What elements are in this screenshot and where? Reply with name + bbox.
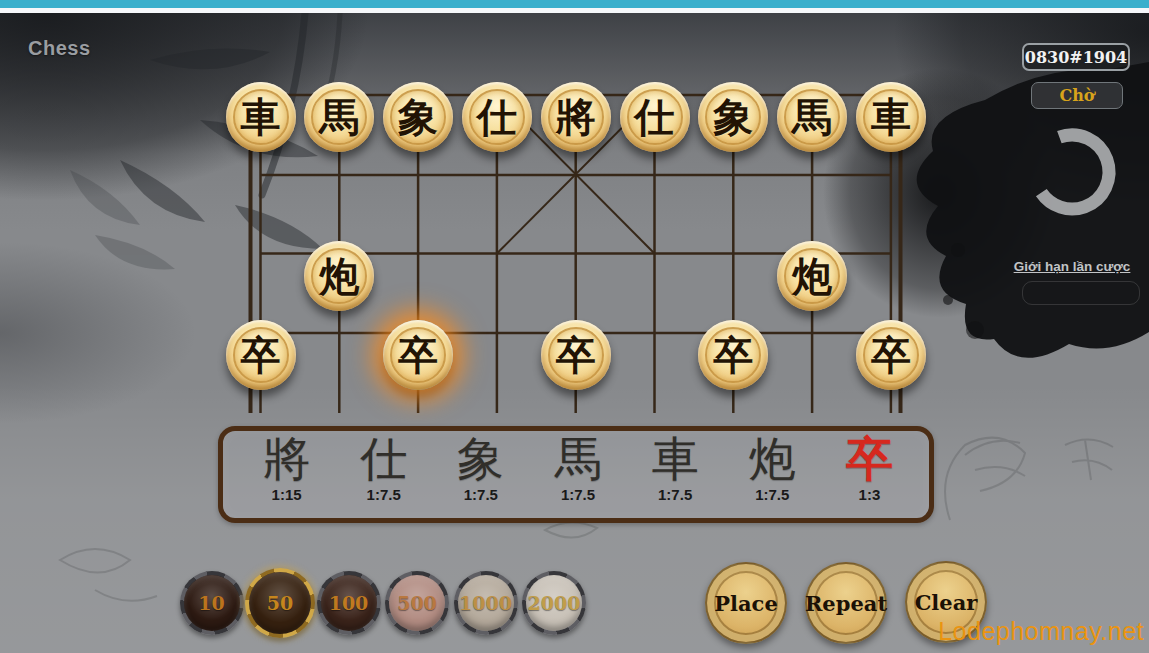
round-id-box: 0830#1904 xyxy=(1022,43,1130,71)
top-accent-bar xyxy=(0,0,1149,8)
bet-odds: 1:7.5 xyxy=(658,486,692,503)
chip-face: 1000 xyxy=(458,575,514,631)
chip-face: 50 xyxy=(249,572,311,634)
piece-glyph: 卒 xyxy=(241,335,281,375)
piece-glyph: 仕 xyxy=(635,97,675,137)
piece-chariot: 車 xyxy=(856,82,926,152)
chip-2000[interactable]: 2000 xyxy=(522,571,586,635)
chip-value: 10 xyxy=(198,592,224,614)
bet-glyph: 車 xyxy=(652,433,699,485)
status-box: Chờ xyxy=(1031,82,1123,109)
bet-odds: 1:7.5 xyxy=(464,486,498,503)
piece-glyph: 卒 xyxy=(871,335,911,375)
piece-advisor: 仕 xyxy=(620,82,690,152)
piece-soldier: 卒 xyxy=(226,320,296,390)
chip-value: 1000 xyxy=(459,592,512,614)
chip-500[interactable]: 500 xyxy=(385,571,449,635)
bet-option-chariot[interactable]: 車1:7.5 xyxy=(627,433,724,517)
piece-glyph: 車 xyxy=(871,97,911,137)
chip-face: 10 xyxy=(184,575,240,631)
bet-glyph: 卒 xyxy=(846,433,893,485)
status-label: Chờ xyxy=(1059,86,1094,105)
round-id: 0830#1904 xyxy=(1025,48,1127,67)
bet-limit-ghost-box xyxy=(1022,281,1140,305)
piece-glyph: 炮 xyxy=(792,256,832,296)
piece-general: 將 xyxy=(541,82,611,152)
action-label: Place xyxy=(714,591,778,616)
bet-odds: 1:7.5 xyxy=(755,486,789,503)
chip-value: 2000 xyxy=(528,592,581,614)
bet-option-elephant[interactable]: 象1:7.5 xyxy=(432,433,529,517)
repeat-button[interactable]: Repeat xyxy=(805,562,887,644)
piece-glyph: 車 xyxy=(241,97,281,137)
piece-chariot: 車 xyxy=(226,82,296,152)
piece-soldier: 卒 xyxy=(541,320,611,390)
piece-cannon: 炮 xyxy=(304,241,374,311)
piece-glyph: 卒 xyxy=(556,335,596,375)
piece-advisor: 仕 xyxy=(462,82,532,152)
chip-face: 2000 xyxy=(526,575,582,631)
bet-odds: 1:7.5 xyxy=(561,486,595,503)
bet-glyph: 將 xyxy=(263,433,310,485)
chip-10[interactable]: 10 xyxy=(180,571,244,635)
piece-glyph: 馬 xyxy=(792,97,832,137)
piece-glyph: 仕 xyxy=(477,97,517,137)
chip-value: 500 xyxy=(397,592,437,614)
piece-cannon: 炮 xyxy=(777,241,847,311)
place-button[interactable]: Place xyxy=(705,562,787,644)
piece-soldier: 卒 xyxy=(856,320,926,390)
game-canvas: Chess 車馬象仕將仕象馬車炮炮卒卒卒卒卒 將1:15仕1:7.5象1:7.5… xyxy=(0,13,1149,653)
piece-elephant: 象 xyxy=(698,82,768,152)
bet-odds: 1:7.5 xyxy=(367,486,401,503)
piece-glyph: 象 xyxy=(713,97,753,137)
bet-odds: 1:3 xyxy=(859,486,881,503)
bet-option-horse[interactable]: 馬1:7.5 xyxy=(529,433,626,517)
bet-option-advisor[interactable]: 仕1:7.5 xyxy=(335,433,432,517)
piece-glyph: 將 xyxy=(556,97,596,137)
bet-limit-link[interactable]: Giới hạn lần cược xyxy=(1000,259,1144,274)
chip-face: 500 xyxy=(389,575,445,631)
chip-face: 100 xyxy=(321,575,377,631)
chip-value: 100 xyxy=(329,592,369,614)
chip-1000[interactable]: 1000 xyxy=(454,571,518,635)
bet-option-soldier[interactable]: 卒1:3 xyxy=(821,433,918,517)
bet-glyph: 馬 xyxy=(554,433,601,485)
piece-glyph: 炮 xyxy=(319,256,359,296)
piece-glyph: 卒 xyxy=(398,335,438,375)
app-root: Chess 車馬象仕將仕象馬車炮炮卒卒卒卒卒 將1:15仕1:7.5象1:7.5… xyxy=(0,0,1149,653)
bet-option-general[interactable]: 將1:15 xyxy=(238,433,335,517)
chip-value: 50 xyxy=(267,592,293,614)
bet-glyph: 炮 xyxy=(749,433,796,485)
watermark: Lodephomnay.net xyxy=(938,617,1144,646)
bet-option-cannon[interactable]: 炮1:7.5 xyxy=(724,433,821,517)
bet-options: 將1:15仕1:7.5象1:7.5馬1:7.5車1:7.5炮1:7.5卒1:3 xyxy=(238,433,918,517)
action-label: Clear xyxy=(915,590,978,615)
piece-glyph: 馬 xyxy=(319,97,359,137)
chip-50[interactable]: 50 xyxy=(245,568,315,638)
piece-glyph: 卒 xyxy=(713,335,753,375)
piece-horse: 馬 xyxy=(304,82,374,152)
piece-soldier: 卒 xyxy=(698,320,768,390)
piece-horse: 馬 xyxy=(777,82,847,152)
bet-glyph: 仕 xyxy=(360,433,407,485)
bet-odds: 1:15 xyxy=(272,486,302,503)
piece-soldier: 卒 xyxy=(383,320,453,390)
chip-100[interactable]: 100 xyxy=(317,571,381,635)
piece-elephant: 象 xyxy=(383,82,453,152)
action-label: Repeat xyxy=(805,591,887,616)
piece-glyph: 象 xyxy=(398,97,438,137)
bet-glyph: 象 xyxy=(457,433,504,485)
